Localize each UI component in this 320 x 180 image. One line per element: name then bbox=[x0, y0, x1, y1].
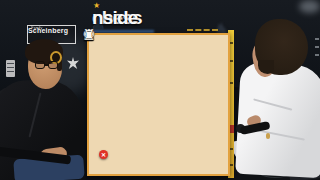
left-player-glasses bbox=[35, 61, 60, 70]
wall-light-blob bbox=[299, 0, 320, 13]
white-rook-piece: ♜ bbox=[83, 28, 96, 43]
broadcast-frame: Scheinberg Family ♞ chess ★ ♟ nside bbox=[0, 0, 320, 180]
logo-text-nside: nside bbox=[92, 6, 138, 30]
wall-badge-icon bbox=[6, 60, 15, 77]
right-player-hair-fringe bbox=[258, 60, 274, 74]
clock-knob bbox=[266, 133, 270, 139]
blunder-x-icon: ✕ bbox=[99, 150, 108, 159]
chess-board: 8♚7♛6♟5♟♞♛43♟♟2♟♟1a♚bcdefgh♜ bbox=[89, 35, 227, 173]
wall-edge-specks bbox=[315, 38, 319, 56]
logo-tagline-mark bbox=[187, 29, 218, 31]
sponsor-subtitle: Family bbox=[31, 26, 42, 30]
chess-board-frame: 8♚7♛6♟5♟♞♛43♟♟2♟♟1a♚bcdefgh♜ bbox=[87, 33, 230, 176]
